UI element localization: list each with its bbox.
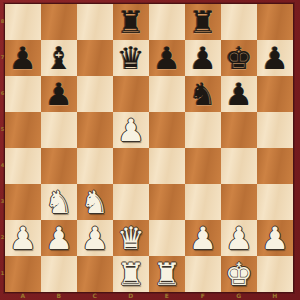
square-g5[interactable]	[221, 112, 257, 148]
square-d3[interactable]	[113, 184, 149, 220]
piece-black-pawn-e7[interactable]: ♟	[149, 40, 185, 76]
square-e5[interactable]	[149, 112, 185, 148]
square-g7[interactable]: ♚	[221, 40, 257, 76]
piece-black-queen-d7[interactable]: ♛	[113, 40, 149, 76]
piece-black-pawn-h7[interactable]: ♟	[257, 40, 293, 76]
square-f7[interactable]: ♟	[185, 40, 221, 76]
piece-black-knight-f6[interactable]: ♞	[185, 76, 221, 112]
square-e2[interactable]	[149, 220, 185, 256]
square-h2[interactable]: ♟	[257, 220, 293, 256]
square-b7[interactable]: ♝	[41, 40, 77, 76]
square-f8[interactable]: ♜	[185, 4, 221, 40]
square-e6[interactable]	[149, 76, 185, 112]
square-h5[interactable]	[257, 112, 293, 148]
square-f5[interactable]	[185, 112, 221, 148]
square-h6[interactable]	[257, 76, 293, 112]
file-label-e: E	[149, 292, 185, 300]
square-g2[interactable]: ♟	[221, 220, 257, 256]
square-f3[interactable]	[185, 184, 221, 220]
square-c4[interactable]	[77, 148, 113, 184]
square-g3[interactable]	[221, 184, 257, 220]
square-c8[interactable]	[77, 4, 113, 40]
square-b1[interactable]	[41, 256, 77, 292]
square-c7[interactable]	[77, 40, 113, 76]
piece-white-rook-d1[interactable]: ♜	[113, 256, 149, 292]
rank-label-1: 1	[0, 271, 5, 276]
square-c2[interactable]: ♟	[77, 220, 113, 256]
square-d5[interactable]: ♟	[113, 112, 149, 148]
square-e1[interactable]: ♜	[149, 256, 185, 292]
square-a7[interactable]: ♟	[5, 40, 41, 76]
square-d2[interactable]: ♛	[113, 220, 149, 256]
rank-label-4: 4	[0, 163, 5, 168]
square-d8[interactable]: ♜	[113, 4, 149, 40]
square-c5[interactable]	[77, 112, 113, 148]
file-label-c: C	[77, 292, 113, 300]
square-g6[interactable]: ♟	[221, 76, 257, 112]
square-d4[interactable]	[113, 148, 149, 184]
rank-label-3: 3	[0, 199, 5, 204]
piece-white-knight-c3[interactable]: ♞	[77, 184, 113, 220]
square-g1[interactable]: ♚	[221, 256, 257, 292]
rank-label-6: 6	[0, 91, 5, 96]
rank-label-8: 8	[0, 19, 5, 24]
square-h1[interactable]	[257, 256, 293, 292]
square-a2[interactable]: ♟	[5, 220, 41, 256]
square-f1[interactable]	[185, 256, 221, 292]
piece-white-pawn-g2[interactable]: ♟	[221, 220, 257, 256]
square-b4[interactable]	[41, 148, 77, 184]
square-a4[interactable]	[5, 148, 41, 184]
square-g4[interactable]	[221, 148, 257, 184]
square-b8[interactable]	[41, 4, 77, 40]
square-a1[interactable]	[5, 256, 41, 292]
square-d6[interactable]	[113, 76, 149, 112]
square-g8[interactable]	[221, 4, 257, 40]
square-h8[interactable]	[257, 4, 293, 40]
file-label-a: A	[5, 292, 41, 300]
piece-black-pawn-b6[interactable]: ♟	[41, 76, 77, 112]
square-b3[interactable]: ♞	[41, 184, 77, 220]
file-label-g: G	[221, 292, 257, 300]
square-a6[interactable]	[5, 76, 41, 112]
board-frame: ♜♜♟♝♛♟♟♚♟♟♞♟♟♞♞♟♟♟♛♟♟♟♜♜♚ 87654321 ABCDE…	[0, 0, 300, 300]
square-c6[interactable]	[77, 76, 113, 112]
square-e3[interactable]	[149, 184, 185, 220]
square-d7[interactable]: ♛	[113, 40, 149, 76]
piece-black-bishop-b7[interactable]: ♝	[41, 40, 77, 76]
piece-white-rook-e1[interactable]: ♜	[149, 256, 185, 292]
piece-white-knight-b3[interactable]: ♞	[41, 184, 77, 220]
square-c3[interactable]: ♞	[77, 184, 113, 220]
piece-white-pawn-f2[interactable]: ♟	[185, 220, 221, 256]
piece-black-pawn-a7[interactable]: ♟	[5, 40, 41, 76]
square-a5[interactable]	[5, 112, 41, 148]
piece-white-pawn-b2[interactable]: ♟	[41, 220, 77, 256]
file-label-b: B	[41, 292, 77, 300]
file-label-f: F	[185, 292, 221, 300]
piece-black-rook-f8[interactable]: ♜	[185, 4, 221, 40]
piece-white-queen-d2[interactable]: ♛	[113, 220, 149, 256]
square-d1[interactable]: ♜	[113, 256, 149, 292]
piece-white-king-g1[interactable]: ♚	[221, 256, 257, 292]
square-h4[interactable]	[257, 148, 293, 184]
piece-black-king-g7[interactable]: ♚	[221, 40, 257, 76]
file-label-d: D	[113, 292, 149, 300]
square-b5[interactable]	[41, 112, 77, 148]
square-c1[interactable]	[77, 256, 113, 292]
square-b2[interactable]: ♟	[41, 220, 77, 256]
square-f2[interactable]: ♟	[185, 220, 221, 256]
square-h7[interactable]: ♟	[257, 40, 293, 76]
square-f6[interactable]: ♞	[185, 76, 221, 112]
rank-label-7: 7	[0, 55, 5, 60]
rank-label-2: 2	[0, 235, 5, 240]
square-e7[interactable]: ♟	[149, 40, 185, 76]
square-f4[interactable]	[185, 148, 221, 184]
piece-black-rook-d8[interactable]: ♜	[113, 4, 149, 40]
piece-black-pawn-g6[interactable]: ♟	[221, 76, 257, 112]
piece-white-pawn-d5[interactable]: ♟	[113, 112, 149, 148]
square-h3[interactable]	[257, 184, 293, 220]
piece-white-pawn-h2[interactable]: ♟	[257, 220, 293, 256]
chess-board: ♜♜♟♝♛♟♟♚♟♟♞♟♟♞♞♟♟♟♛♟♟♟♜♜♚	[5, 4, 293, 292]
piece-black-pawn-f7[interactable]: ♟	[185, 40, 221, 76]
square-e4[interactable]	[149, 148, 185, 184]
rank-label-5: 5	[0, 127, 5, 132]
file-label-h: H	[257, 292, 293, 300]
square-e8[interactable]	[149, 4, 185, 40]
square-a8[interactable]	[5, 4, 41, 40]
square-b6[interactable]: ♟	[41, 76, 77, 112]
square-a3[interactable]	[5, 184, 41, 220]
piece-white-pawn-c2[interactable]: ♟	[77, 220, 113, 256]
piece-white-pawn-a2[interactable]: ♟	[5, 220, 41, 256]
